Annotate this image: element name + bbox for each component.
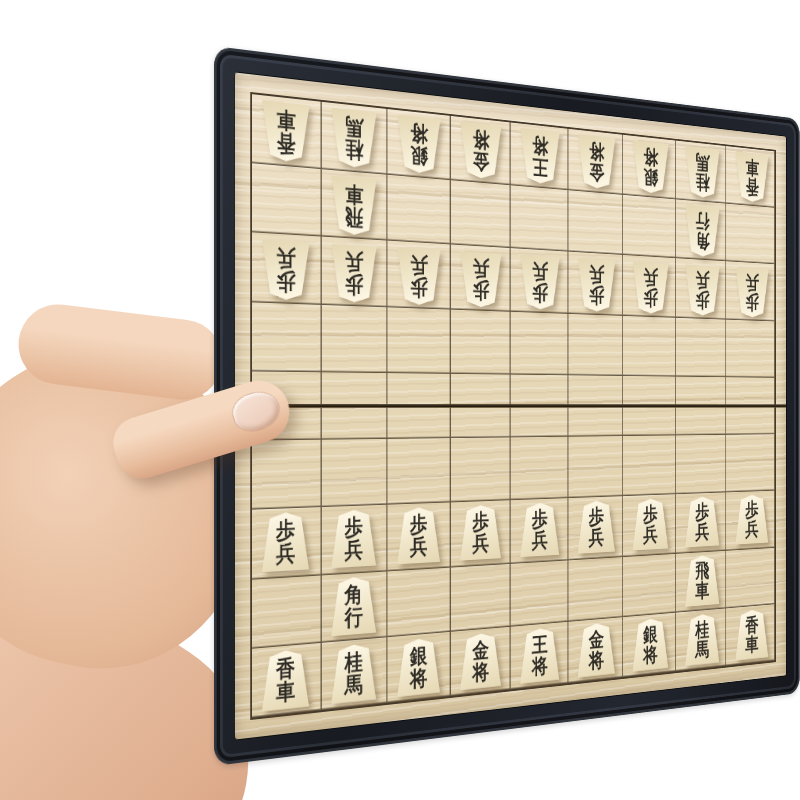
- thumb-nail: [229, 387, 284, 435]
- shogi-piece-sente-silver[interactable]: 銀将: [630, 617, 670, 672]
- shogi-piece-sente-pawn[interactable]: 歩兵: [458, 504, 503, 561]
- shogi-piece-sente-pawn[interactable]: 歩兵: [683, 496, 721, 548]
- shogi-piece-gote-pawn[interactable]: 歩兵: [630, 261, 670, 314]
- shogi-piece-sente-pawn[interactable]: 歩兵: [734, 494, 770, 545]
- shogi-piece-sente-pawn[interactable]: 歩兵: [518, 502, 561, 557]
- shogi-piece-gote-pawn[interactable]: 歩兵: [576, 258, 617, 312]
- shogi-piece-gote-knight[interactable]: 桂馬: [329, 108, 379, 170]
- shogi-piece-gote-king[interactable]: 王将: [518, 128, 561, 185]
- shogi-piece-sente-pawn[interactable]: 歩兵: [630, 498, 670, 551]
- shogi-piece-gote-gold[interactable]: 金将: [576, 134, 617, 190]
- shogi-piece-gote-pawn[interactable]: 歩兵: [329, 243, 379, 303]
- shogi-board-scene: 香車桂馬銀将金将王将金将銀将桂馬香車飛車角行歩兵歩兵歩兵歩兵歩兵歩兵歩兵歩兵歩兵…: [214, 46, 800, 766]
- shogi-piece-sente-pawn[interactable]: 歩兵: [576, 500, 617, 554]
- shogi-piece-sente-gold[interactable]: 金将: [576, 622, 617, 678]
- shogi-piece-gote-silver[interactable]: 銀将: [630, 140, 670, 195]
- shogi-piece-gote-pawn[interactable]: 歩兵: [683, 264, 721, 316]
- board-wood: 香車桂馬銀将金将王将金将銀将桂馬香車飛車角行歩兵歩兵歩兵歩兵歩兵歩兵歩兵歩兵歩兵…: [235, 72, 786, 739]
- shogi-piece-gote-gold[interactable]: 金将: [458, 122, 503, 181]
- shogi-piece-gote-pawn[interactable]: 歩兵: [458, 251, 503, 308]
- shogi-piece-sente-silver[interactable]: 銀将: [395, 637, 443, 697]
- shogi-piece-sente-knight[interactable]: 桂馬: [683, 613, 721, 667]
- shogi-piece-gote-pawn[interactable]: 歩兵: [734, 267, 770, 318]
- shogi-piece-gote-lance[interactable]: 香車: [259, 100, 311, 164]
- shogi-piece-sente-bishop[interactable]: 角行: [329, 576, 379, 637]
- shogi-piece-gote-pawn[interactable]: 歩兵: [518, 254, 561, 309]
- shogi-piece-gote-pawn[interactable]: 歩兵: [395, 247, 443, 305]
- shogi-board: 香車桂馬銀将金将王将金将銀将桂馬香車飛車角行歩兵歩兵歩兵歩兵歩兵歩兵歩兵歩兵歩兵…: [214, 46, 800, 766]
- shogi-piece-sente-pawn[interactable]: 歩兵: [259, 512, 311, 573]
- shogi-piece-gote-knight[interactable]: 桂馬: [683, 146, 721, 200]
- shogi-piece-sente-pawn[interactable]: 歩兵: [395, 507, 443, 565]
- shogi-piece-gote-rook[interactable]: 飛車: [329, 176, 379, 237]
- shogi-piece-sente-gold[interactable]: 金将: [458, 632, 503, 691]
- shogi-piece-sente-rook[interactable]: 飛車: [683, 554, 721, 607]
- shogi-piece-sente-knight[interactable]: 桂馬: [329, 642, 379, 704]
- shogi-piece-gote-pawn[interactable]: 歩兵: [259, 239, 311, 300]
- shogi-piece-gote-bishop[interactable]: 角行: [683, 205, 721, 258]
- shogi-piece-sente-pawn[interactable]: 歩兵: [329, 509, 379, 569]
- shogi-piece-gote-lance[interactable]: 香車: [734, 151, 770, 203]
- shogi-piece-sente-lance[interactable]: 香車: [734, 608, 770, 660]
- pieces-layer: 香車桂馬銀将金将王将金将銀将桂馬香車飛車角行歩兵歩兵歩兵歩兵歩兵歩兵歩兵歩兵歩兵…: [250, 92, 776, 720]
- shogi-piece-gote-silver[interactable]: 銀将: [395, 115, 443, 175]
- shogi-piece-sente-lance[interactable]: 香車: [259, 648, 311, 712]
- shogi-piece-sente-king[interactable]: 王将: [518, 626, 561, 683]
- board-frame: 香車桂馬銀将金将王将金将銀将桂馬香車飛車角行歩兵歩兵歩兵歩兵歩兵歩兵歩兵歩兵歩兵…: [214, 46, 800, 766]
